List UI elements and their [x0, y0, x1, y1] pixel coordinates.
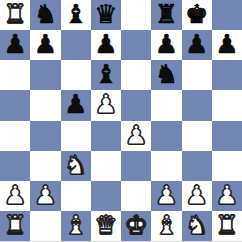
piece-white-rook[interactable]: ♜	[3, 212, 26, 238]
square-g5[interactable]	[182, 90, 212, 120]
square-c2[interactable]	[61, 181, 91, 211]
piece-white-pawn[interactable]: ♟	[185, 182, 208, 208]
square-e4[interactable]: ♟	[121, 121, 151, 151]
piece-white-knight[interactable]: ♞	[185, 212, 208, 238]
square-f8[interactable]: ♜	[151, 0, 181, 30]
square-f2[interactable]: ♟	[151, 181, 181, 211]
square-d1[interactable]: ♛	[91, 211, 121, 241]
square-b1[interactable]	[30, 211, 60, 241]
piece-white-pawn[interactable]: ♟	[155, 182, 178, 208]
square-d7[interactable]: ♟	[91, 30, 121, 60]
square-h4[interactable]	[212, 121, 242, 151]
piece-black-knight[interactable]: ♞	[155, 61, 178, 87]
square-g4[interactable]	[182, 121, 212, 151]
square-d2[interactable]	[91, 181, 121, 211]
square-c5[interactable]: ♟	[61, 90, 91, 120]
square-a6[interactable]	[0, 60, 30, 90]
piece-black-pawn[interactable]: ♟	[64, 91, 87, 117]
piece-black-pawn[interactable]: ♟	[215, 31, 238, 57]
piece-white-pawn[interactable]: ♟	[94, 91, 117, 117]
square-h8[interactable]	[212, 0, 242, 30]
piece-black-bishop[interactable]: ♝	[94, 61, 117, 87]
piece-black-bishop[interactable]: ♝	[64, 1, 87, 27]
square-h6[interactable]	[212, 60, 242, 90]
piece-black-pawn[interactable]: ♟	[3, 31, 26, 57]
square-b2[interactable]: ♟	[30, 181, 60, 211]
square-e7[interactable]	[121, 30, 151, 60]
square-a1[interactable]: ♜	[0, 211, 30, 241]
square-b8[interactable]: ♞	[30, 0, 60, 30]
square-d3[interactable]	[91, 151, 121, 181]
square-a7[interactable]: ♟	[0, 30, 30, 60]
square-g2[interactable]: ♟	[182, 181, 212, 211]
square-g8[interactable]: ♚	[182, 0, 212, 30]
square-g7[interactable]: ♟	[182, 30, 212, 60]
piece-white-bishop[interactable]: ♝	[155, 212, 178, 238]
piece-white-pawn[interactable]: ♟	[3, 182, 26, 208]
piece-black-pawn[interactable]: ♟	[185, 31, 208, 57]
piece-white-bishop[interactable]: ♝	[64, 212, 87, 238]
piece-white-pawn[interactable]: ♟	[215, 182, 238, 208]
chess-board: ♜♞♝♛♜♚♟♟♟♟♟♟♝♞♟♟♟♞♟♟♟♟♟♜♝♛♚♝♞♜	[0, 0, 242, 242]
piece-white-knight[interactable]: ♞	[64, 152, 87, 178]
square-h5[interactable]	[212, 90, 242, 120]
piece-black-rook[interactable]: ♜	[155, 1, 178, 27]
square-a3[interactable]	[0, 151, 30, 181]
square-c1[interactable]: ♝	[61, 211, 91, 241]
square-a2[interactable]: ♟	[0, 181, 30, 211]
square-e8[interactable]	[121, 0, 151, 30]
square-e3[interactable]	[121, 151, 151, 181]
square-g6[interactable]	[182, 60, 212, 90]
piece-black-king[interactable]: ♚	[185, 1, 208, 27]
square-d8[interactable]: ♛	[91, 0, 121, 30]
square-c3[interactable]: ♞	[61, 151, 91, 181]
piece-white-rook[interactable]: ♜	[215, 212, 238, 238]
square-b6[interactable]	[30, 60, 60, 90]
square-b7[interactable]: ♟	[30, 30, 60, 60]
square-c7[interactable]	[61, 30, 91, 60]
square-c6[interactable]	[61, 60, 91, 90]
square-e5[interactable]	[121, 90, 151, 120]
square-f7[interactable]: ♟	[151, 30, 181, 60]
square-f5[interactable]	[151, 90, 181, 120]
square-a8[interactable]: ♜	[0, 0, 30, 30]
piece-white-rook[interactable]: ♜	[3, 1, 26, 27]
square-g3[interactable]	[182, 151, 212, 181]
square-h3[interactable]	[212, 151, 242, 181]
square-e1[interactable]: ♚	[121, 211, 151, 241]
piece-white-pawn[interactable]: ♟	[124, 122, 147, 148]
piece-white-pawn[interactable]: ♟	[34, 182, 57, 208]
square-d4[interactable]	[91, 121, 121, 151]
piece-black-queen[interactable]: ♛	[94, 1, 117, 27]
piece-black-pawn[interactable]: ♟	[34, 31, 57, 57]
piece-black-pawn[interactable]: ♟	[155, 31, 178, 57]
square-g1[interactable]: ♞	[182, 211, 212, 241]
square-f4[interactable]	[151, 121, 181, 151]
square-h7[interactable]: ♟	[212, 30, 242, 60]
square-b4[interactable]	[30, 121, 60, 151]
square-c8[interactable]: ♝	[61, 0, 91, 30]
square-b3[interactable]	[30, 151, 60, 181]
square-e2[interactable]	[121, 181, 151, 211]
square-a5[interactable]	[0, 90, 30, 120]
square-d6[interactable]: ♝	[91, 60, 121, 90]
square-a4[interactable]	[0, 121, 30, 151]
square-h1[interactable]: ♜	[212, 211, 242, 241]
piece-white-king[interactable]: ♚	[124, 212, 147, 238]
square-f1[interactable]: ♝	[151, 211, 181, 241]
piece-black-pawn[interactable]: ♟	[94, 31, 117, 57]
square-h2[interactable]: ♟	[212, 181, 242, 211]
square-f6[interactable]: ♞	[151, 60, 181, 90]
piece-black-knight[interactable]: ♞	[34, 1, 57, 27]
square-b5[interactable]	[30, 90, 60, 120]
square-e6[interactable]	[121, 60, 151, 90]
piece-white-queen[interactable]: ♛	[94, 212, 117, 238]
square-f3[interactable]	[151, 151, 181, 181]
square-d5[interactable]: ♟	[91, 90, 121, 120]
square-c4[interactable]	[61, 121, 91, 151]
